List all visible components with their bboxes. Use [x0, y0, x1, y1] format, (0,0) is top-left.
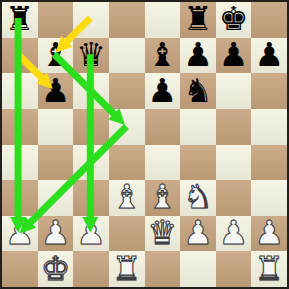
square-f6[interactable]: ♞ — [180, 73, 216, 109]
piece-white-knight[interactable]: ♞ — [183, 180, 213, 213]
square-a3[interactable] — [2, 180, 38, 216]
square-g7[interactable]: ♟ — [216, 38, 252, 74]
chess-board-wrap: ♜♜♚♝♛♝♟♟♟♟♟♞♝♝♞♟♟♟♛♟♟♟♚♜♜ — [0, 0, 289, 289]
square-d3[interactable]: ♝ — [109, 180, 145, 216]
piece-white-queen[interactable]: ♛ — [148, 216, 178, 249]
square-f2[interactable]: ♟ — [180, 216, 216, 252]
square-d4[interactable] — [109, 145, 145, 181]
square-e7[interactable]: ♝ — [145, 38, 181, 74]
square-f4[interactable] — [180, 145, 216, 181]
square-e4[interactable] — [145, 145, 181, 181]
square-c4[interactable] — [73, 145, 109, 181]
square-a6[interactable] — [2, 73, 38, 109]
piece-white-rook[interactable]: ♜ — [254, 252, 284, 285]
piece-white-king[interactable]: ♚ — [41, 252, 71, 285]
square-e1[interactable] — [145, 251, 181, 287]
square-h6[interactable] — [251, 73, 287, 109]
square-g2[interactable]: ♟ — [216, 216, 252, 252]
piece-white-pawn[interactable]: ♟ — [41, 216, 71, 249]
square-b5[interactable] — [38, 109, 74, 145]
square-c6[interactable] — [73, 73, 109, 109]
square-a1[interactable] — [2, 251, 38, 287]
square-a5[interactable] — [2, 109, 38, 145]
square-g4[interactable] — [216, 145, 252, 181]
square-h4[interactable] — [251, 145, 287, 181]
square-b1[interactable]: ♚ — [38, 251, 74, 287]
piece-black-pawn[interactable]: ♟ — [219, 38, 249, 71]
piece-white-rook[interactable]: ♜ — [112, 252, 142, 285]
piece-white-bishop[interactable]: ♝ — [148, 180, 178, 213]
square-c1[interactable] — [73, 251, 109, 287]
square-d2[interactable] — [109, 216, 145, 252]
piece-black-bishop[interactable]: ♝ — [148, 38, 178, 71]
piece-black-queen[interactable]: ♛ — [76, 38, 106, 71]
square-g8[interactable]: ♚ — [216, 2, 252, 38]
square-b4[interactable] — [38, 145, 74, 181]
square-e5[interactable] — [145, 109, 181, 145]
piece-black-rook[interactable]: ♜ — [183, 2, 213, 35]
square-g1[interactable] — [216, 251, 252, 287]
piece-black-pawn[interactable]: ♟ — [183, 38, 213, 71]
square-b6[interactable]: ♟ — [38, 73, 74, 109]
square-d1[interactable]: ♜ — [109, 251, 145, 287]
square-a2[interactable]: ♟ — [2, 216, 38, 252]
square-e8[interactable] — [145, 2, 181, 38]
square-b8[interactable] — [38, 2, 74, 38]
square-h2[interactable]: ♟ — [251, 216, 287, 252]
square-h8[interactable] — [251, 2, 287, 38]
square-b3[interactable] — [38, 180, 74, 216]
square-b2[interactable]: ♟ — [38, 216, 74, 252]
piece-black-pawn[interactable]: ♟ — [41, 74, 71, 107]
piece-black-bishop[interactable]: ♝ — [41, 38, 71, 71]
piece-white-pawn[interactable]: ♟ — [5, 216, 35, 249]
square-d7[interactable] — [109, 38, 145, 74]
square-h7[interactable]: ♟ — [251, 38, 287, 74]
piece-white-pawn[interactable]: ♟ — [219, 216, 249, 249]
square-f3[interactable]: ♞ — [180, 180, 216, 216]
square-b7[interactable]: ♝ — [38, 38, 74, 74]
square-f1[interactable] — [180, 251, 216, 287]
square-f5[interactable] — [180, 109, 216, 145]
piece-black-pawn[interactable]: ♟ — [254, 38, 284, 71]
square-e3[interactable]: ♝ — [145, 180, 181, 216]
square-g5[interactable] — [216, 109, 252, 145]
square-h1[interactable]: ♜ — [251, 251, 287, 287]
piece-black-rook[interactable]: ♜ — [5, 2, 35, 35]
square-h3[interactable] — [251, 180, 287, 216]
piece-white-pawn[interactable]: ♟ — [183, 216, 213, 249]
square-a7[interactable] — [2, 38, 38, 74]
square-g6[interactable] — [216, 73, 252, 109]
piece-white-bishop[interactable]: ♝ — [112, 180, 142, 213]
piece-black-knight[interactable]: ♞ — [183, 74, 213, 107]
square-d5[interactable] — [109, 109, 145, 145]
square-a4[interactable] — [2, 145, 38, 181]
square-f8[interactable]: ♜ — [180, 2, 216, 38]
piece-black-pawn[interactable]: ♟ — [148, 74, 178, 107]
square-c8[interactable] — [73, 2, 109, 38]
piece-black-king[interactable]: ♚ — [219, 2, 249, 35]
square-d6[interactable] — [109, 73, 145, 109]
square-e6[interactable]: ♟ — [145, 73, 181, 109]
piece-white-pawn[interactable]: ♟ — [76, 216, 106, 249]
square-h5[interactable] — [251, 109, 287, 145]
chess-board: ♜♜♚♝♛♝♟♟♟♟♟♞♝♝♞♟♟♟♛♟♟♟♚♜♜ — [0, 0, 289, 289]
square-f7[interactable]: ♟ — [180, 38, 216, 74]
square-c3[interactable] — [73, 180, 109, 216]
square-g3[interactable] — [216, 180, 252, 216]
square-d8[interactable] — [109, 2, 145, 38]
square-c2[interactable]: ♟ — [73, 216, 109, 252]
piece-white-pawn[interactable]: ♟ — [254, 216, 284, 249]
square-a8[interactable]: ♜ — [2, 2, 38, 38]
square-c7[interactable]: ♛ — [73, 38, 109, 74]
square-c5[interactable] — [73, 109, 109, 145]
square-e2[interactable]: ♛ — [145, 216, 181, 252]
